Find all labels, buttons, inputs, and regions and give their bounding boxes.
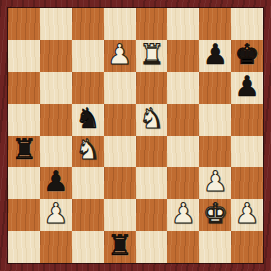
white-knight: ♞: [75, 136, 100, 164]
square-h8[interactable]: [231, 8, 263, 40]
square-b2[interactable]: ♟: [40, 199, 72, 231]
square-a2[interactable]: [8, 199, 40, 231]
square-d1[interactable]: ♜: [104, 231, 136, 263]
square-a5[interactable]: [8, 104, 40, 136]
square-b6[interactable]: [40, 72, 72, 104]
square-b8[interactable]: [40, 8, 72, 40]
square-f7[interactable]: [167, 40, 199, 72]
white-knight: ♞: [139, 105, 164, 133]
square-b3[interactable]: ♟: [40, 167, 72, 199]
square-e3[interactable]: [136, 167, 168, 199]
square-b1[interactable]: [40, 231, 72, 263]
square-d7[interactable]: ♟: [104, 40, 136, 72]
square-a7[interactable]: [8, 40, 40, 72]
white-pawn: ♟: [107, 41, 132, 69]
square-c3[interactable]: [72, 167, 104, 199]
chess-board: ♟♜♟♚♟♞♞♜♞♟♟♟♟♚♟♜: [8, 8, 263, 263]
square-a4[interactable]: ♜: [8, 136, 40, 168]
white-pawn: ♟: [235, 200, 260, 228]
square-f8[interactable]: [167, 8, 199, 40]
square-d6[interactable]: [104, 72, 136, 104]
square-e7[interactable]: ♜: [136, 40, 168, 72]
black-pawn: ♟: [235, 73, 260, 101]
square-c2[interactable]: [72, 199, 104, 231]
black-rook: ♜: [107, 232, 132, 260]
black-king: ♚: [235, 41, 260, 69]
square-g2[interactable]: ♚: [199, 199, 231, 231]
square-g5[interactable]: [199, 104, 231, 136]
square-h7[interactable]: ♚: [231, 40, 263, 72]
square-f1[interactable]: [167, 231, 199, 263]
square-f3[interactable]: [167, 167, 199, 199]
white-pawn: ♟: [203, 168, 228, 196]
white-pawn: ♟: [43, 200, 68, 228]
square-f4[interactable]: [167, 136, 199, 168]
square-b4[interactable]: [40, 136, 72, 168]
board-frame: ♟♜♟♚♟♞♞♜♞♟♟♟♟♚♟♜: [0, 0, 271, 271]
square-g7[interactable]: ♟: [199, 40, 231, 72]
square-e2[interactable]: [136, 199, 168, 231]
square-f2[interactable]: ♟: [167, 199, 199, 231]
square-h6[interactable]: ♟: [231, 72, 263, 104]
square-h4[interactable]: [231, 136, 263, 168]
square-c7[interactable]: [72, 40, 104, 72]
square-a1[interactable]: [8, 231, 40, 263]
square-c8[interactable]: [72, 8, 104, 40]
square-g8[interactable]: [199, 8, 231, 40]
square-d5[interactable]: [104, 104, 136, 136]
square-g1[interactable]: [199, 231, 231, 263]
square-g4[interactable]: [199, 136, 231, 168]
square-a8[interactable]: [8, 8, 40, 40]
square-d8[interactable]: [104, 8, 136, 40]
square-h1[interactable]: [231, 231, 263, 263]
square-e4[interactable]: [136, 136, 168, 168]
white-rook: ♜: [139, 41, 164, 69]
square-e1[interactable]: [136, 231, 168, 263]
square-a3[interactable]: [8, 167, 40, 199]
square-f5[interactable]: [167, 104, 199, 136]
square-e5[interactable]: ♞: [136, 104, 168, 136]
square-c6[interactable]: [72, 72, 104, 104]
square-d4[interactable]: [104, 136, 136, 168]
square-h2[interactable]: ♟: [231, 199, 263, 231]
square-c1[interactable]: [72, 231, 104, 263]
square-d3[interactable]: [104, 167, 136, 199]
square-c5[interactable]: ♞: [72, 104, 104, 136]
square-e8[interactable]: [136, 8, 168, 40]
square-h5[interactable]: [231, 104, 263, 136]
square-b5[interactable]: [40, 104, 72, 136]
black-rook: ♜: [11, 136, 36, 164]
black-pawn: ♟: [203, 41, 228, 69]
black-knight: ♞: [75, 105, 100, 133]
white-king: ♚: [203, 200, 228, 228]
square-e6[interactable]: [136, 72, 168, 104]
square-a6[interactable]: [8, 72, 40, 104]
square-h3[interactable]: [231, 167, 263, 199]
square-g6[interactable]: [199, 72, 231, 104]
black-pawn: ♟: [43, 168, 68, 196]
white-pawn: ♟: [171, 200, 196, 228]
square-g3[interactable]: ♟: [199, 167, 231, 199]
square-b7[interactable]: [40, 40, 72, 72]
square-c4[interactable]: ♞: [72, 136, 104, 168]
square-d2[interactable]: [104, 199, 136, 231]
square-f6[interactable]: [167, 72, 199, 104]
